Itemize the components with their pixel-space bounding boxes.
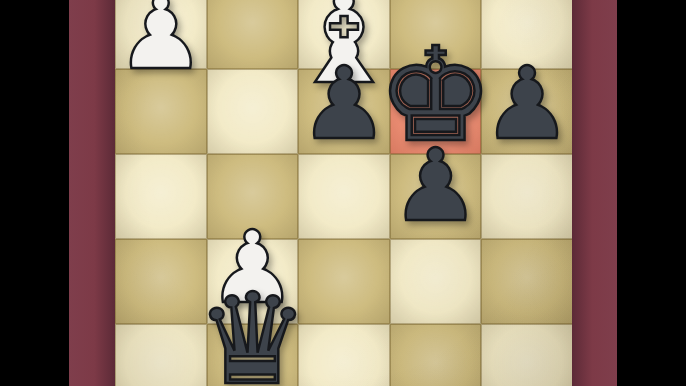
board-square-r4c4[interactable] (481, 324, 573, 386)
board-square-r1c1[interactable] (207, 69, 299, 154)
board-square-r2c4[interactable] (481, 154, 573, 239)
black-queen[interactable]: ♛ (196, 277, 309, 386)
board-square-r4c2[interactable] (298, 324, 390, 386)
board-frame-right (572, 0, 617, 386)
board-square-r2c2[interactable] (298, 154, 390, 239)
board-square-r3c3[interactable] (390, 239, 482, 324)
board-frame-left (69, 0, 115, 386)
black-pawn[interactable]: ♟ (391, 136, 481, 236)
board-square-r3c0[interactable] (115, 239, 207, 324)
letterbox-bar-right (617, 0, 686, 386)
board-square-r3c4[interactable] (481, 239, 573, 324)
board-square-r3c2[interactable] (298, 239, 390, 324)
black-pawn[interactable]: ♟ (482, 54, 572, 154)
white-pawn[interactable]: ♟ (116, 0, 206, 84)
board-square-r4c3[interactable] (390, 324, 482, 386)
app-viewport: ♟♝♟♚♟♟♟♛ (0, 0, 686, 386)
black-pawn[interactable]: ♟ (299, 54, 389, 154)
board-square-r4c0[interactable] (115, 324, 207, 386)
board-square-r0c1[interactable] (207, 0, 299, 69)
letterbox-bar-left (0, 0, 69, 386)
board-square-r2c0[interactable] (115, 154, 207, 239)
